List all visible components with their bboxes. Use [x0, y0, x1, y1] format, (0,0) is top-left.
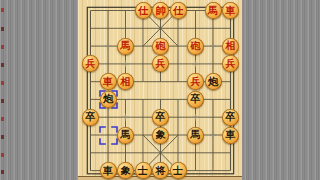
piece-black-general[interactable]: 将	[152, 162, 169, 179]
piece-red-general[interactable]: 帥	[152, 2, 169, 19]
piece-character: 炮	[208, 77, 218, 87]
piece-red-pawn[interactable]: 兵	[152, 55, 169, 72]
piece-character: 将	[156, 166, 166, 176]
piece-red-chariot[interactable]: 車	[100, 73, 117, 90]
red-edge-speck	[1, 81, 4, 85]
piece-red-advisor[interactable]: 仕	[170, 2, 187, 19]
red-edge-speck	[1, 117, 4, 121]
piece-character: 卒	[226, 112, 236, 122]
piece-character: 士	[173, 166, 183, 176]
piece-black-advisor[interactable]: 士	[135, 162, 152, 179]
piece-black-horse[interactable]: 馬	[117, 127, 134, 144]
piece-character: 炮	[103, 94, 113, 104]
piece-character: 砲	[191, 41, 201, 51]
piece-character: 兵	[191, 77, 201, 87]
piece-character: 兵	[156, 59, 166, 69]
piece-black-chariot[interactable]: 車	[100, 162, 117, 179]
piece-black-chariot[interactable]: 車	[222, 127, 239, 144]
piece-black-elephant[interactable]: 象	[152, 127, 169, 144]
piece-red-horse[interactable]: 馬	[117, 38, 134, 55]
piece-red-elephant[interactable]: 相	[222, 38, 239, 55]
piece-character: 仕	[138, 6, 148, 16]
xiangqi-board[interactable]: 仕帥仕馬車馬砲砲相兵兵兵車相兵炮炮卒卒卒卒馬象馬車車象士将士	[78, 0, 242, 180]
piece-character: 象	[156, 130, 166, 140]
piece-black-elephant[interactable]: 象	[117, 162, 134, 179]
piece-red-horse[interactable]: 馬	[205, 2, 222, 19]
piece-black-pawn[interactable]: 卒	[82, 109, 99, 126]
piece-character: 砲	[156, 41, 166, 51]
piece-character: 卒	[156, 112, 166, 122]
piece-black-pawn[interactable]: 卒	[222, 109, 239, 126]
red-edge-speck	[1, 63, 4, 67]
piece-red-elephant[interactable]: 相	[117, 73, 134, 90]
piece-black-horse[interactable]: 馬	[187, 127, 204, 144]
piece-character: 士	[138, 166, 148, 176]
screenshot-root: 仕帥仕馬車馬砲砲相兵兵兵車相兵炮炮卒卒卒卒馬象馬車車象士将士	[0, 0, 320, 180]
piece-character: 卒	[86, 112, 96, 122]
piece-red-pawn[interactable]: 兵	[82, 55, 99, 72]
piece-character: 兵	[226, 59, 236, 69]
red-edge-speck	[1, 170, 4, 174]
red-edge-speck	[1, 99, 4, 103]
red-edge-speck	[1, 27, 4, 31]
piece-red-pawn[interactable]: 兵	[222, 55, 239, 72]
piece-character: 車	[103, 77, 113, 87]
piece-black-cannon[interactable]: 炮	[100, 91, 117, 108]
piece-black-pawn[interactable]: 卒	[187, 91, 204, 108]
red-edge-speck	[1, 45, 4, 49]
piece-black-pawn[interactable]: 卒	[152, 109, 169, 126]
red-edge-speck	[1, 8, 4, 12]
piece-character: 馬	[121, 41, 131, 51]
piece-character: 兵	[86, 59, 96, 69]
piece-red-cannon[interactable]: 砲	[187, 38, 204, 55]
piece-character: 仕	[173, 6, 183, 16]
piece-character: 象	[121, 166, 131, 176]
piece-character: 帥	[156, 6, 166, 16]
piece-red-advisor[interactable]: 仕	[135, 2, 152, 19]
piece-character: 馬	[208, 6, 218, 16]
piece-black-advisor[interactable]: 士	[170, 162, 187, 179]
piece-black-cannon[interactable]: 炮	[205, 73, 222, 90]
red-edge-speck	[1, 153, 4, 157]
pieces-layer: 仕帥仕馬車馬砲砲相兵兵兵車相兵炮炮卒卒卒卒馬象馬車車象士将士	[78, 0, 242, 180]
piece-red-chariot[interactable]: 車	[222, 2, 239, 19]
piece-red-cannon[interactable]: 砲	[152, 38, 169, 55]
piece-character: 卒	[191, 94, 201, 104]
red-edge-speck	[1, 135, 4, 139]
piece-character: 車	[226, 130, 236, 140]
piece-red-pawn[interactable]: 兵	[187, 73, 204, 90]
piece-character: 車	[226, 6, 236, 16]
piece-character: 車	[103, 166, 113, 176]
piece-character: 相	[121, 77, 131, 87]
piece-character: 馬	[121, 130, 131, 140]
piece-character: 相	[226, 41, 236, 51]
piece-character: 馬	[191, 130, 201, 140]
